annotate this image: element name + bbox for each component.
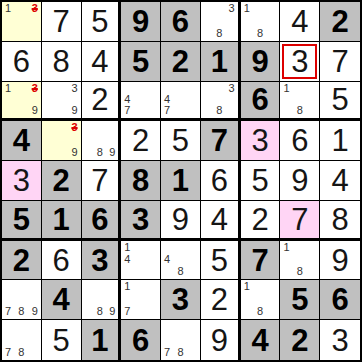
cell-r4c3[interactable]: 89 [82, 121, 122, 161]
pencil-mark: 7 [164, 347, 170, 358]
cell-r5c5[interactable]: 1 [161, 161, 201, 201]
cell-r5c3[interactable]: 7 [82, 161, 122, 201]
given-digit: 2 [291, 325, 308, 356]
pencil-marks: 18 [244, 3, 277, 39]
cell-r5c9[interactable]: 4 [320, 161, 360, 201]
entered-digit: 8 [53, 46, 70, 77]
cell-r9c6[interactable]: 9 [201, 320, 241, 360]
cell-r1c2[interactable]: 7 [42, 2, 82, 42]
cell-r3c4[interactable]: 47 [121, 82, 161, 122]
cell-r1c4[interactable]: 9 [121, 2, 161, 42]
cell-r6c6[interactable]: 4 [201, 201, 241, 241]
cell-r8c9[interactable]: 6 [320, 280, 360, 320]
cell-r2c8[interactable]: 3 [280, 42, 320, 82]
cell-r9c7[interactable]: 4 [241, 320, 281, 360]
pencil-marks: 39 [45, 83, 78, 117]
given-digit: 8 [132, 165, 149, 196]
pencil-mark: 1 [244, 281, 250, 292]
cell-r5c1[interactable]: 3 [2, 161, 42, 201]
cell-r6c3[interactable]: 6 [82, 201, 122, 241]
entered-digit: 6 [13, 46, 30, 77]
given-digit: 2 [331, 6, 348, 37]
cell-r2c7[interactable]: 9 [241, 42, 281, 82]
cell-r2c1[interactable]: 6 [2, 42, 42, 82]
pencil-marks: 89 [85, 281, 116, 317]
entered-digit: 3 [291, 46, 308, 77]
cell-r7c6[interactable]: 5 [201, 241, 241, 281]
cell-r5c4[interactable]: 8 [121, 161, 161, 201]
pencil-marks: 78 [164, 321, 197, 358]
cell-r6c2[interactable]: 1 [42, 201, 82, 241]
pencil-marks: 89 [85, 122, 116, 158]
cell-r8c8[interactable]: 5 [280, 280, 320, 320]
given-digit: 1 [53, 204, 70, 235]
given-digit: 6 [251, 84, 268, 115]
given-digit: 5 [13, 204, 30, 235]
pencil-marks: 78 [5, 321, 38, 358]
pencil-marks: 18 [283, 83, 316, 117]
entered-digit: 7 [291, 204, 308, 235]
given-digit: 6 [132, 325, 149, 356]
pencil-mark: 8 [216, 105, 222, 116]
pencil-marks: 47 [164, 83, 197, 117]
pencil-marks: 13 [5, 3, 38, 39]
cell-r6c7[interactable]: 2 [241, 201, 281, 241]
cell-r6c4[interactable]: 3 [121, 201, 161, 241]
pencil-mark: 1 [124, 242, 130, 253]
entered-digit: 4 [291, 6, 308, 37]
entered-digit: 6 [291, 125, 308, 156]
entered-digit: 8 [331, 204, 348, 235]
entered-digit: 9 [331, 245, 348, 276]
pencil-mark: 3 [229, 83, 235, 94]
pencil-mark: 8 [297, 266, 303, 277]
given-digit: 3 [172, 284, 189, 315]
entered-digit: 2 [91, 84, 108, 115]
cell-r6c8[interactable]: 7 [280, 201, 320, 241]
pencil-mark-struck: 3 [71, 122, 77, 133]
pencil-mark: 8 [97, 306, 103, 317]
given-digit: 2 [172, 46, 189, 77]
given-digit: 7 [251, 245, 268, 276]
entered-digit: 4 [91, 46, 108, 77]
pencil-marks: 39 [45, 122, 78, 158]
given-digit: 4 [251, 325, 268, 356]
pencil-mark: 7 [5, 347, 11, 358]
entered-digit: 5 [53, 325, 70, 356]
cell-r7c5[interactable]: 48 [161, 241, 201, 281]
entered-digit: 7 [331, 46, 348, 77]
cell-r9c1[interactable]: 78 [2, 320, 42, 360]
entered-digit: 4 [331, 165, 348, 196]
cell-r1c5[interactable]: 6 [161, 2, 201, 42]
cell-r3c5[interactable]: 47 [161, 82, 201, 122]
pencil-mark: 9 [71, 147, 77, 158]
cell-r8c5[interactable]: 3 [161, 280, 201, 320]
cell-r1c9[interactable]: 2 [320, 2, 360, 42]
pencil-mark: 8 [18, 306, 24, 317]
pencil-mark: 1 [283, 242, 289, 253]
cell-r7c9[interactable]: 9 [320, 241, 360, 281]
cell-r6c5[interactable]: 9 [161, 201, 201, 241]
pencil-mark: 4 [164, 94, 170, 105]
pencil-mark: 4 [124, 94, 130, 105]
entered-digit: 1 [331, 125, 348, 156]
given-digit: 1 [91, 325, 108, 356]
cell-r1c7[interactable]: 18 [241, 2, 281, 42]
pencil-mark: 7 [164, 105, 170, 116]
cell-r2c6[interactable]: 1 [201, 42, 241, 82]
cell-r4c7[interactable]: 3 [241, 121, 281, 161]
pencil-mark: 1 [244, 3, 250, 14]
pencil-marks: 18 [244, 281, 277, 317]
entered-digit: 5 [251, 165, 268, 196]
cell-r1c1[interactable]: 13 [2, 2, 42, 42]
cell-r7c8[interactable]: 18 [280, 241, 320, 281]
pencil-marks: 38 [204, 3, 235, 39]
cell-r9c9[interactable]: 3 [320, 320, 360, 360]
given-digit: 6 [172, 6, 189, 37]
cell-r5c7[interactable]: 5 [241, 161, 281, 201]
given-digit: 4 [13, 125, 30, 156]
pencil-mark: 8 [177, 347, 183, 358]
pencil-mark-struck: 3 [32, 83, 38, 94]
pencil-mark: 1 [283, 83, 289, 94]
sudoku-board: 1375963818426845219371393924747386185439… [0, 0, 362, 362]
cell-r9c3[interactable]: 1 [82, 320, 122, 360]
entered-digit: 2 [251, 204, 268, 235]
pencil-mark: 9 [32, 105, 38, 116]
given-digit: 5 [291, 284, 308, 315]
entered-digit: 7 [53, 6, 70, 37]
cell-r8c3[interactable]: 89 [82, 280, 122, 320]
given-digit: 7 [211, 125, 228, 156]
entered-digit: 5 [211, 245, 228, 276]
pencil-mark: 8 [297, 105, 303, 116]
pencil-mark: 7 [124, 105, 130, 116]
given-digit: 1 [172, 165, 189, 196]
pencil-marks: 47 [124, 83, 157, 117]
entered-digit: 4 [211, 204, 228, 235]
pencil-mark: 1 [124, 281, 130, 292]
pencil-mark: 9 [32, 306, 38, 317]
entered-digit: 9 [172, 204, 189, 235]
given-digit: 6 [91, 204, 108, 235]
pencil-mark: 4 [164, 254, 170, 265]
cell-r2c3[interactable]: 4 [82, 42, 122, 82]
cell-r6c1[interactable]: 5 [2, 201, 42, 241]
cell-r7c2[interactable]: 6 [42, 241, 82, 281]
given-digit: 2 [13, 245, 30, 276]
pencil-mark: 8 [257, 28, 263, 39]
cell-r5c8[interactable]: 9 [280, 161, 320, 201]
pencil-mark: 8 [177, 266, 183, 277]
pencil-marks: 139 [5, 83, 38, 117]
entered-digit: 5 [331, 84, 348, 115]
cell-r7c1[interactable]: 2 [2, 241, 42, 281]
cell-r2c9[interactable]: 7 [320, 42, 360, 82]
cell-r7c3[interactable]: 3 [82, 241, 122, 281]
given-digit: 4 [53, 284, 70, 315]
pencil-mark: 4 [124, 254, 130, 265]
pencil-mark: 9 [109, 147, 115, 158]
cell-r3c1[interactable]: 139 [2, 82, 42, 122]
pencil-mark: 8 [97, 147, 103, 158]
cell-r2c4[interactable]: 5 [121, 42, 161, 82]
pencil-marks: 17 [124, 281, 157, 317]
cell-r1c8[interactable]: 4 [280, 2, 320, 42]
pencil-mark: 8 [216, 28, 222, 39]
pencil-mark: 1 [5, 3, 11, 14]
entered-digit: 6 [53, 245, 70, 276]
cell-r2c2[interactable]: 8 [42, 42, 82, 82]
pencil-mark: 8 [257, 306, 263, 317]
cell-r4c5[interactable]: 5 [161, 121, 201, 161]
pencil-mark-struck: 3 [32, 3, 38, 14]
pencil-marks: 48 [164, 242, 197, 278]
cell-r8c2[interactable]: 4 [42, 280, 82, 320]
cell-r5c6[interactable]: 6 [201, 161, 241, 201]
pencil-marks: 789 [5, 281, 38, 317]
entered-digit: 3 [13, 165, 30, 196]
cell-r6c9[interactable]: 8 [320, 201, 360, 241]
cell-r3c6[interactable]: 38 [201, 82, 241, 122]
cell-r7c4[interactable]: 14 [121, 241, 161, 281]
entered-digit: 9 [211, 325, 228, 356]
pencil-marks: 38 [204, 83, 235, 117]
pencil-mark: 8 [18, 347, 24, 358]
given-digit: 2 [53, 165, 70, 196]
given-digit: 5 [132, 46, 149, 77]
cell-r9c2[interactable]: 5 [42, 320, 82, 360]
entered-digit: 3 [331, 325, 348, 356]
entered-digit: 5 [91, 6, 108, 37]
cell-r2c5[interactable]: 2 [161, 42, 201, 82]
given-digit: 9 [132, 6, 149, 37]
cell-r3c3[interactable]: 2 [82, 82, 122, 122]
entered-digit: 6 [211, 165, 228, 196]
cell-r1c6[interactable]: 38 [201, 2, 241, 42]
cell-r8c4[interactable]: 17 [121, 280, 161, 320]
cell-r3c2[interactable]: 39 [42, 82, 82, 122]
cell-r3c9[interactable]: 5 [320, 82, 360, 122]
cell-r4c6[interactable]: 7 [201, 121, 241, 161]
entered-digit: 9 [291, 165, 308, 196]
pencil-mark: 1 [5, 83, 11, 94]
entered-digit: 2 [132, 125, 149, 156]
given-digit: 3 [91, 245, 108, 276]
pencil-marks: 14 [124, 242, 157, 278]
pencil-marks: 18 [283, 242, 316, 278]
pencil-mark: 3 [229, 3, 235, 14]
given-digit: 9 [251, 46, 268, 77]
cell-r4c4[interactable]: 2 [121, 121, 161, 161]
pencil-mark: 9 [109, 306, 115, 317]
pencil-mark: 7 [124, 306, 130, 317]
cell-r4c2[interactable]: 39 [42, 121, 82, 161]
cell-r8c1[interactable]: 789 [2, 280, 42, 320]
entered-digit: 5 [172, 125, 189, 156]
cell-r3c7[interactable]: 6 [241, 82, 281, 122]
given-digit: 1 [211, 46, 228, 77]
pencil-mark: 7 [5, 306, 11, 317]
entered-digit: 7 [91, 165, 108, 196]
cell-r5c2[interactable]: 2 [42, 161, 82, 201]
cell-r1c3[interactable]: 5 [82, 2, 122, 42]
given-digit: 3 [132, 204, 149, 235]
cell-r9c5[interactable]: 78 [161, 320, 201, 360]
cell-r7c7[interactable]: 7 [241, 241, 281, 281]
cell-r4c1[interactable]: 4 [2, 121, 42, 161]
cell-r4c8[interactable]: 6 [280, 121, 320, 161]
cell-r9c8[interactable]: 2 [280, 320, 320, 360]
cell-r9c4[interactable]: 6 [121, 320, 161, 360]
cell-r4c9[interactable]: 1 [320, 121, 360, 161]
cell-r3c8[interactable]: 18 [280, 82, 320, 122]
cell-r8c7[interactable]: 18 [241, 280, 281, 320]
entered-digit: 2 [211, 284, 228, 315]
pencil-mark: 3 [71, 83, 77, 94]
given-digit: 6 [331, 284, 348, 315]
cell-r8c6[interactable]: 2 [201, 280, 241, 320]
pencil-mark: 9 [71, 105, 77, 116]
entered-digit: 3 [251, 125, 268, 156]
